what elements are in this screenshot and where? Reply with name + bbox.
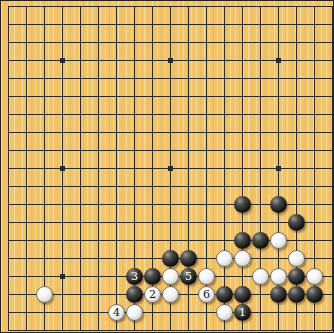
intersection-15-12[interactable] bbox=[252, 196, 270, 214]
intersection-13-7[interactable] bbox=[216, 106, 234, 124]
intersection-18-4[interactable] bbox=[306, 52, 324, 70]
intersection-9-16[interactable] bbox=[144, 268, 162, 286]
intersection-3-14[interactable] bbox=[36, 232, 54, 250]
intersection-12-17[interactable]: 6 bbox=[198, 286, 216, 304]
intersection-14-1[interactable] bbox=[234, 0, 252, 16]
intersection-1-6[interactable] bbox=[0, 88, 18, 106]
intersection-10-3[interactable] bbox=[162, 34, 180, 52]
intersection-13-11[interactable] bbox=[216, 178, 234, 196]
intersection-11-11[interactable] bbox=[180, 178, 198, 196]
intersection-5-12[interactable] bbox=[72, 196, 90, 214]
intersection-1-8[interactable] bbox=[0, 124, 18, 142]
intersection-1-19[interactable] bbox=[0, 322, 18, 333]
intersection-16-2[interactable] bbox=[270, 16, 288, 34]
intersection-12-11[interactable] bbox=[198, 178, 216, 196]
intersection-9-9[interactable] bbox=[144, 142, 162, 160]
intersection-13-6[interactable] bbox=[216, 88, 234, 106]
intersection-9-10[interactable] bbox=[144, 160, 162, 178]
intersection-11-3[interactable] bbox=[180, 34, 198, 52]
intersection-1-14[interactable] bbox=[0, 232, 18, 250]
intersection-3-13[interactable] bbox=[36, 214, 54, 232]
intersection-11-5[interactable] bbox=[180, 70, 198, 88]
intersection-18-6[interactable] bbox=[306, 88, 324, 106]
intersection-5-16[interactable] bbox=[72, 268, 90, 286]
intersection-8-12[interactable] bbox=[126, 196, 144, 214]
intersection-19-16[interactable] bbox=[324, 268, 334, 286]
intersection-5-8[interactable] bbox=[72, 124, 90, 142]
intersection-9-1[interactable] bbox=[144, 0, 162, 16]
intersection-8-13[interactable] bbox=[126, 214, 144, 232]
intersection-6-17[interactable] bbox=[90, 286, 108, 304]
intersection-19-6[interactable] bbox=[324, 88, 334, 106]
intersection-2-19[interactable] bbox=[18, 322, 36, 333]
intersection-10-19[interactable] bbox=[162, 322, 180, 333]
intersection-14-18[interactable]: 1 bbox=[234, 304, 252, 322]
intersection-4-10[interactable] bbox=[54, 160, 72, 178]
intersection-1-3[interactable] bbox=[0, 34, 18, 52]
intersection-16-7[interactable] bbox=[270, 106, 288, 124]
intersection-2-6[interactable] bbox=[18, 88, 36, 106]
intersection-13-16[interactable] bbox=[216, 268, 234, 286]
intersection-18-13[interactable] bbox=[306, 214, 324, 232]
intersection-19-14[interactable] bbox=[324, 232, 334, 250]
intersection-16-14[interactable] bbox=[270, 232, 288, 250]
intersection-14-10[interactable] bbox=[234, 160, 252, 178]
intersection-7-2[interactable] bbox=[108, 16, 126, 34]
intersection-1-10[interactable] bbox=[0, 160, 18, 178]
intersection-12-16[interactable] bbox=[198, 268, 216, 286]
intersection-19-10[interactable] bbox=[324, 160, 334, 178]
intersection-4-11[interactable] bbox=[54, 178, 72, 196]
intersection-19-18[interactable] bbox=[324, 304, 334, 322]
intersection-3-1[interactable] bbox=[36, 0, 54, 16]
intersection-13-12[interactable] bbox=[216, 196, 234, 214]
intersection-4-2[interactable] bbox=[54, 16, 72, 34]
intersection-6-4[interactable] bbox=[90, 52, 108, 70]
intersection-10-12[interactable] bbox=[162, 196, 180, 214]
intersection-8-10[interactable] bbox=[126, 160, 144, 178]
intersection-1-16[interactable] bbox=[0, 268, 18, 286]
intersection-17-13[interactable] bbox=[288, 214, 306, 232]
intersection-7-10[interactable] bbox=[108, 160, 126, 178]
intersection-3-9[interactable] bbox=[36, 142, 54, 160]
intersection-17-9[interactable] bbox=[288, 142, 306, 160]
intersection-8-8[interactable] bbox=[126, 124, 144, 142]
intersection-1-17[interactable] bbox=[0, 286, 18, 304]
intersection-8-1[interactable] bbox=[126, 0, 144, 16]
intersection-14-2[interactable] bbox=[234, 16, 252, 34]
intersection-15-11[interactable] bbox=[252, 178, 270, 196]
intersection-6-11[interactable] bbox=[90, 178, 108, 196]
intersection-5-17[interactable] bbox=[72, 286, 90, 304]
intersection-12-18[interactable] bbox=[198, 304, 216, 322]
intersection-3-15[interactable] bbox=[36, 250, 54, 268]
intersection-1-15[interactable] bbox=[0, 250, 18, 268]
intersection-16-19[interactable] bbox=[270, 322, 288, 333]
intersection-3-11[interactable] bbox=[36, 178, 54, 196]
intersection-8-5[interactable] bbox=[126, 70, 144, 88]
intersection-11-15[interactable] bbox=[180, 250, 198, 268]
intersection-17-1[interactable] bbox=[288, 0, 306, 16]
intersection-13-14[interactable] bbox=[216, 232, 234, 250]
intersection-4-12[interactable] bbox=[54, 196, 72, 214]
intersection-3-16[interactable] bbox=[36, 268, 54, 286]
intersection-19-4[interactable] bbox=[324, 52, 334, 70]
intersection-5-13[interactable] bbox=[72, 214, 90, 232]
intersection-6-6[interactable] bbox=[90, 88, 108, 106]
intersection-8-9[interactable] bbox=[126, 142, 144, 160]
intersection-2-16[interactable] bbox=[18, 268, 36, 286]
intersection-8-15[interactable] bbox=[126, 250, 144, 268]
intersection-16-16[interactable] bbox=[270, 268, 288, 286]
intersection-11-4[interactable] bbox=[180, 52, 198, 70]
intersection-2-17[interactable] bbox=[18, 286, 36, 304]
intersection-2-1[interactable] bbox=[18, 0, 36, 16]
intersection-14-9[interactable] bbox=[234, 142, 252, 160]
intersection-2-3[interactable] bbox=[18, 34, 36, 52]
intersection-7-3[interactable] bbox=[108, 34, 126, 52]
intersection-1-13[interactable] bbox=[0, 214, 18, 232]
intersection-17-7[interactable] bbox=[288, 106, 306, 124]
intersection-12-8[interactable] bbox=[198, 124, 216, 142]
intersection-18-5[interactable] bbox=[306, 70, 324, 88]
intersection-10-4[interactable] bbox=[162, 52, 180, 70]
intersection-16-13[interactable] bbox=[270, 214, 288, 232]
intersection-4-3[interactable] bbox=[54, 34, 72, 52]
intersection-1-9[interactable] bbox=[0, 142, 18, 160]
intersection-3-6[interactable] bbox=[36, 88, 54, 106]
intersection-1-4[interactable] bbox=[0, 52, 18, 70]
intersection-1-7[interactable] bbox=[0, 106, 18, 124]
intersection-12-2[interactable] bbox=[198, 16, 216, 34]
intersection-13-4[interactable] bbox=[216, 52, 234, 70]
intersection-17-3[interactable] bbox=[288, 34, 306, 52]
intersection-9-19[interactable] bbox=[144, 322, 162, 333]
intersection-10-1[interactable] bbox=[162, 0, 180, 16]
intersection-6-14[interactable] bbox=[90, 232, 108, 250]
intersection-16-6[interactable] bbox=[270, 88, 288, 106]
intersection-19-17[interactable] bbox=[324, 286, 334, 304]
intersection-12-15[interactable] bbox=[198, 250, 216, 268]
intersection-10-2[interactable] bbox=[162, 16, 180, 34]
intersection-16-11[interactable] bbox=[270, 178, 288, 196]
intersection-13-1[interactable] bbox=[216, 0, 234, 16]
intersection-9-15[interactable] bbox=[144, 250, 162, 268]
intersection-18-11[interactable] bbox=[306, 178, 324, 196]
intersection-7-6[interactable] bbox=[108, 88, 126, 106]
intersection-18-1[interactable] bbox=[306, 0, 324, 16]
intersection-14-3[interactable] bbox=[234, 34, 252, 52]
intersection-4-5[interactable] bbox=[54, 70, 72, 88]
intersection-12-5[interactable] bbox=[198, 70, 216, 88]
intersection-3-19[interactable] bbox=[36, 322, 54, 333]
intersection-8-19[interactable] bbox=[126, 322, 144, 333]
intersection-8-7[interactable] bbox=[126, 106, 144, 124]
intersection-13-2[interactable] bbox=[216, 16, 234, 34]
intersection-18-14[interactable] bbox=[306, 232, 324, 250]
intersection-5-9[interactable] bbox=[72, 142, 90, 160]
intersection-7-19[interactable] bbox=[108, 322, 126, 333]
intersection-17-8[interactable] bbox=[288, 124, 306, 142]
intersection-12-3[interactable] bbox=[198, 34, 216, 52]
intersection-10-11[interactable] bbox=[162, 178, 180, 196]
intersection-15-1[interactable] bbox=[252, 0, 270, 16]
intersection-13-18[interactable] bbox=[216, 304, 234, 322]
intersection-12-9[interactable] bbox=[198, 142, 216, 160]
intersection-9-7[interactable] bbox=[144, 106, 162, 124]
intersection-4-18[interactable] bbox=[54, 304, 72, 322]
intersection-5-1[interactable] bbox=[72, 0, 90, 16]
intersection-15-5[interactable] bbox=[252, 70, 270, 88]
intersection-16-4[interactable] bbox=[270, 52, 288, 70]
intersection-4-16[interactable] bbox=[54, 268, 72, 286]
intersection-14-11[interactable] bbox=[234, 178, 252, 196]
intersection-5-11[interactable] bbox=[72, 178, 90, 196]
intersection-7-8[interactable] bbox=[108, 124, 126, 142]
intersection-10-15[interactable] bbox=[162, 250, 180, 268]
intersection-12-4[interactable] bbox=[198, 52, 216, 70]
intersection-18-3[interactable] bbox=[306, 34, 324, 52]
intersection-14-4[interactable] bbox=[234, 52, 252, 70]
intersection-13-5[interactable] bbox=[216, 70, 234, 88]
intersection-1-5[interactable] bbox=[0, 70, 18, 88]
intersection-16-3[interactable] bbox=[270, 34, 288, 52]
intersection-17-16[interactable] bbox=[288, 268, 306, 286]
intersection-6-15[interactable] bbox=[90, 250, 108, 268]
intersection-16-15[interactable] bbox=[270, 250, 288, 268]
intersection-11-1[interactable] bbox=[180, 0, 198, 16]
intersection-19-11[interactable] bbox=[324, 178, 334, 196]
intersection-9-12[interactable] bbox=[144, 196, 162, 214]
intersection-12-19[interactable] bbox=[198, 322, 216, 333]
intersection-7-5[interactable] bbox=[108, 70, 126, 88]
intersection-2-2[interactable] bbox=[18, 16, 36, 34]
intersection-11-14[interactable] bbox=[180, 232, 198, 250]
intersection-9-11[interactable] bbox=[144, 178, 162, 196]
intersection-7-13[interactable] bbox=[108, 214, 126, 232]
intersection-2-15[interactable] bbox=[18, 250, 36, 268]
intersection-19-7[interactable] bbox=[324, 106, 334, 124]
intersection-14-6[interactable] bbox=[234, 88, 252, 106]
intersection-7-17[interactable] bbox=[108, 286, 126, 304]
intersection-4-17[interactable] bbox=[54, 286, 72, 304]
intersection-9-8[interactable] bbox=[144, 124, 162, 142]
intersection-17-14[interactable] bbox=[288, 232, 306, 250]
intersection-11-17[interactable] bbox=[180, 286, 198, 304]
intersection-16-17[interactable] bbox=[270, 286, 288, 304]
intersection-7-15[interactable] bbox=[108, 250, 126, 268]
intersection-16-1[interactable] bbox=[270, 0, 288, 16]
intersection-12-1[interactable] bbox=[198, 0, 216, 16]
intersection-14-8[interactable] bbox=[234, 124, 252, 142]
intersection-18-2[interactable] bbox=[306, 16, 324, 34]
intersection-15-9[interactable] bbox=[252, 142, 270, 160]
intersection-15-10[interactable] bbox=[252, 160, 270, 178]
intersection-8-17[interactable] bbox=[126, 286, 144, 304]
intersection-2-11[interactable] bbox=[18, 178, 36, 196]
intersection-12-14[interactable] bbox=[198, 232, 216, 250]
intersection-11-9[interactable] bbox=[180, 142, 198, 160]
intersection-13-9[interactable] bbox=[216, 142, 234, 160]
intersection-14-5[interactable] bbox=[234, 70, 252, 88]
intersection-11-18[interactable] bbox=[180, 304, 198, 322]
intersection-1-1[interactable] bbox=[0, 0, 18, 16]
intersection-19-15[interactable] bbox=[324, 250, 334, 268]
intersection-2-8[interactable] bbox=[18, 124, 36, 142]
intersection-15-15[interactable] bbox=[252, 250, 270, 268]
intersection-18-15[interactable] bbox=[306, 250, 324, 268]
intersection-8-11[interactable] bbox=[126, 178, 144, 196]
intersection-9-5[interactable] bbox=[144, 70, 162, 88]
intersection-15-19[interactable] bbox=[252, 322, 270, 333]
intersection-5-3[interactable] bbox=[72, 34, 90, 52]
intersection-1-12[interactable] bbox=[0, 196, 18, 214]
intersection-11-13[interactable] bbox=[180, 214, 198, 232]
intersection-8-18[interactable] bbox=[126, 304, 144, 322]
intersection-15-3[interactable] bbox=[252, 34, 270, 52]
intersection-11-16[interactable]: 5 bbox=[180, 268, 198, 286]
intersection-19-2[interactable] bbox=[324, 16, 334, 34]
intersection-18-12[interactable] bbox=[306, 196, 324, 214]
intersection-10-14[interactable] bbox=[162, 232, 180, 250]
intersection-3-10[interactable] bbox=[36, 160, 54, 178]
intersection-3-12[interactable] bbox=[36, 196, 54, 214]
intersection-4-19[interactable] bbox=[54, 322, 72, 333]
intersection-10-18[interactable] bbox=[162, 304, 180, 322]
intersection-17-19[interactable] bbox=[288, 322, 306, 333]
intersection-5-15[interactable] bbox=[72, 250, 90, 268]
intersection-19-1[interactable] bbox=[324, 0, 334, 16]
intersection-1-11[interactable] bbox=[0, 178, 18, 196]
intersection-6-18[interactable] bbox=[90, 304, 108, 322]
intersection-9-14[interactable] bbox=[144, 232, 162, 250]
intersection-16-5[interactable] bbox=[270, 70, 288, 88]
intersection-4-1[interactable] bbox=[54, 0, 72, 16]
intersection-18-17[interactable] bbox=[306, 286, 324, 304]
intersection-6-10[interactable] bbox=[90, 160, 108, 178]
intersection-1-2[interactable] bbox=[0, 16, 18, 34]
intersection-6-16[interactable] bbox=[90, 268, 108, 286]
intersection-8-16[interactable]: 3 bbox=[126, 268, 144, 286]
intersection-9-3[interactable] bbox=[144, 34, 162, 52]
intersection-16-12[interactable] bbox=[270, 196, 288, 214]
intersection-15-18[interactable] bbox=[252, 304, 270, 322]
intersection-19-12[interactable] bbox=[324, 196, 334, 214]
intersection-9-4[interactable] bbox=[144, 52, 162, 70]
intersection-7-18[interactable]: 4 bbox=[108, 304, 126, 322]
intersection-17-2[interactable] bbox=[288, 16, 306, 34]
intersection-18-7[interactable] bbox=[306, 106, 324, 124]
intersection-15-16[interactable] bbox=[252, 268, 270, 286]
intersection-18-10[interactable] bbox=[306, 160, 324, 178]
intersection-5-5[interactable] bbox=[72, 70, 90, 88]
intersection-6-8[interactable] bbox=[90, 124, 108, 142]
intersection-7-12[interactable] bbox=[108, 196, 126, 214]
intersection-3-4[interactable] bbox=[36, 52, 54, 70]
intersection-4-14[interactable] bbox=[54, 232, 72, 250]
intersection-5-2[interactable] bbox=[72, 16, 90, 34]
intersection-4-4[interactable] bbox=[54, 52, 72, 70]
intersection-14-19[interactable] bbox=[234, 322, 252, 333]
intersection-2-4[interactable] bbox=[18, 52, 36, 70]
intersection-14-13[interactable] bbox=[234, 214, 252, 232]
intersection-17-10[interactable] bbox=[288, 160, 306, 178]
intersection-8-3[interactable] bbox=[126, 34, 144, 52]
intersection-17-17[interactable] bbox=[288, 286, 306, 304]
intersection-11-8[interactable] bbox=[180, 124, 198, 142]
intersection-5-7[interactable] bbox=[72, 106, 90, 124]
intersection-19-5[interactable] bbox=[324, 70, 334, 88]
intersection-13-15[interactable] bbox=[216, 250, 234, 268]
intersection-15-13[interactable] bbox=[252, 214, 270, 232]
intersection-13-19[interactable] bbox=[216, 322, 234, 333]
intersection-15-17[interactable] bbox=[252, 286, 270, 304]
intersection-14-7[interactable] bbox=[234, 106, 252, 124]
intersection-7-16[interactable] bbox=[108, 268, 126, 286]
intersection-5-4[interactable] bbox=[72, 52, 90, 70]
intersection-13-17[interactable] bbox=[216, 286, 234, 304]
intersection-1-18[interactable] bbox=[0, 304, 18, 322]
intersection-10-5[interactable] bbox=[162, 70, 180, 88]
intersection-14-14[interactable] bbox=[234, 232, 252, 250]
intersection-12-7[interactable] bbox=[198, 106, 216, 124]
intersection-5-19[interactable] bbox=[72, 322, 90, 333]
intersection-3-7[interactable] bbox=[36, 106, 54, 124]
intersection-4-13[interactable] bbox=[54, 214, 72, 232]
intersection-12-12[interactable] bbox=[198, 196, 216, 214]
intersection-17-4[interactable] bbox=[288, 52, 306, 70]
intersection-17-11[interactable] bbox=[288, 178, 306, 196]
intersection-7-7[interactable] bbox=[108, 106, 126, 124]
intersection-6-2[interactable] bbox=[90, 16, 108, 34]
intersection-19-8[interactable] bbox=[324, 124, 334, 142]
intersection-8-4[interactable] bbox=[126, 52, 144, 70]
intersection-15-7[interactable] bbox=[252, 106, 270, 124]
intersection-17-18[interactable] bbox=[288, 304, 306, 322]
intersection-10-17[interactable] bbox=[162, 286, 180, 304]
intersection-13-10[interactable] bbox=[216, 160, 234, 178]
intersection-3-17[interactable] bbox=[36, 286, 54, 304]
intersection-9-18[interactable] bbox=[144, 304, 162, 322]
intersection-15-2[interactable] bbox=[252, 16, 270, 34]
intersection-5-18[interactable] bbox=[72, 304, 90, 322]
intersection-9-17[interactable]: 2 bbox=[144, 286, 162, 304]
intersection-2-14[interactable] bbox=[18, 232, 36, 250]
intersection-4-8[interactable] bbox=[54, 124, 72, 142]
intersection-6-1[interactable] bbox=[90, 0, 108, 16]
intersection-2-9[interactable] bbox=[18, 142, 36, 160]
intersection-4-15[interactable] bbox=[54, 250, 72, 268]
intersection-12-6[interactable] bbox=[198, 88, 216, 106]
intersection-6-9[interactable] bbox=[90, 142, 108, 160]
intersection-19-19[interactable] bbox=[324, 322, 334, 333]
intersection-13-3[interactable] bbox=[216, 34, 234, 52]
intersection-3-2[interactable] bbox=[36, 16, 54, 34]
intersection-12-13[interactable] bbox=[198, 214, 216, 232]
intersection-12-10[interactable] bbox=[198, 160, 216, 178]
intersection-18-8[interactable] bbox=[306, 124, 324, 142]
intersection-19-9[interactable] bbox=[324, 142, 334, 160]
intersection-6-7[interactable] bbox=[90, 106, 108, 124]
intersection-18-19[interactable] bbox=[306, 322, 324, 333]
intersection-16-10[interactable] bbox=[270, 160, 288, 178]
intersection-16-18[interactable] bbox=[270, 304, 288, 322]
intersection-18-16[interactable] bbox=[306, 268, 324, 286]
intersection-11-12[interactable] bbox=[180, 196, 198, 214]
intersection-4-7[interactable] bbox=[54, 106, 72, 124]
intersection-15-4[interactable] bbox=[252, 52, 270, 70]
intersection-11-10[interactable] bbox=[180, 160, 198, 178]
